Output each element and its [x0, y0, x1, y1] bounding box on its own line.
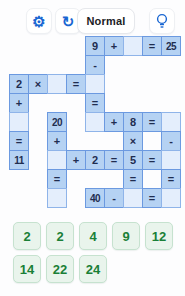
empty-cell-r0c6[interactable] — [123, 36, 143, 56]
given-cell-r3c4: = — [85, 93, 105, 113]
given-cell-r7c2: = — [47, 169, 67, 189]
given-cell-r4c2: 20 — [47, 112, 67, 132]
given-cell-r5c2: + — [47, 131, 67, 151]
difficulty-label: Normal — [86, 15, 125, 27]
given-cell-r6c5: = — [104, 150, 124, 170]
toolbar: ⚙ ↻ Normal — [0, 0, 185, 36]
given-cell-r6c7: = — [142, 150, 162, 170]
given-cell-r0c5: + — [104, 36, 124, 56]
difficulty-selector[interactable]: Normal — [77, 8, 135, 34]
empty-cell-r8c8[interactable] — [161, 188, 181, 208]
tray-tile-22-6[interactable]: 22 — [46, 255, 74, 283]
given-cell-r4c5: + — [104, 112, 124, 132]
tray-tile-9-3[interactable]: 9 — [112, 222, 140, 250]
empty-cell-r2c2[interactable] — [47, 74, 67, 94]
tray-tile-24-7[interactable]: 24 — [79, 255, 107, 283]
given-cell-r8c5: - — [104, 188, 124, 208]
given-cell-r5c6: × — [123, 131, 143, 151]
tray-tile-2-1[interactable]: 2 — [46, 222, 74, 250]
tray-tile-2-0[interactable]: 2 — [13, 222, 41, 250]
given-cell-r2c3: = — [66, 74, 86, 94]
tray-tile-4-2[interactable]: 4 — [79, 222, 107, 250]
settings-button[interactable]: ⚙ — [26, 8, 52, 34]
empty-cell-r4c4[interactable] — [85, 112, 105, 132]
empty-cell-r4c0[interactable] — [9, 112, 29, 132]
tray-tile-14-5[interactable]: 14 — [13, 255, 41, 283]
empty-cell-r6c2[interactable] — [47, 150, 67, 170]
given-cell-r6c3: + — [66, 150, 86, 170]
given-cell-r8c7: = — [142, 188, 162, 208]
given-cell-r4c6: 8 — [123, 112, 143, 132]
given-cell-r8c4: 40 — [85, 188, 105, 208]
given-cell-r4c7: = — [142, 112, 162, 132]
given-cell-r6c4: 2 — [85, 150, 105, 170]
empty-cell-r8c2[interactable] — [47, 188, 67, 208]
given-cell-r0c8: 25 — [161, 36, 181, 56]
given-cell-r6c6: 5 — [123, 150, 143, 170]
hint-button[interactable] — [149, 8, 175, 34]
given-cell-r1c4: - — [85, 55, 105, 75]
puzzle-grid: 9+=25-2×=+=20+8==+×-11+2=5====40-= — [9, 36, 181, 208]
given-cell-r7c8: = — [161, 169, 181, 189]
restart-icon: ↻ — [62, 14, 75, 29]
empty-cell-r2c4[interactable] — [85, 74, 105, 94]
empty-cell-r4c8[interactable] — [161, 112, 181, 132]
given-cell-r5c8: - — [161, 131, 181, 151]
tray-tile-12-4[interactable]: 12 — [145, 222, 173, 250]
given-cell-r3c0: + — [9, 93, 29, 113]
empty-cell-r8c6[interactable] — [123, 188, 143, 208]
given-cell-r0c7: = — [142, 36, 162, 56]
empty-cell-r6c8[interactable] — [161, 150, 181, 170]
lightbulb-icon — [155, 13, 169, 29]
given-cell-r2c0: 2 — [9, 74, 29, 94]
given-cell-r7c6: = — [123, 169, 143, 189]
given-cell-r0c4: 9 — [85, 36, 105, 56]
given-cell-r6c0: 11 — [9, 150, 29, 170]
given-cell-r5c0: = — [9, 131, 29, 151]
given-cell-r2c1: × — [28, 74, 48, 94]
gear-icon: ⚙ — [32, 14, 45, 29]
